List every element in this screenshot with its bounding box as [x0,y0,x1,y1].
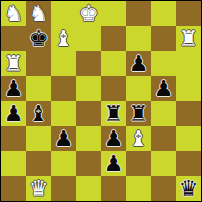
square-h2[interactable] [176,151,201,176]
square-b6[interactable] [26,51,51,76]
black-king: ♚ [29,26,49,51]
white-rook: ♜ [179,26,199,51]
black-bishop: ♝ [29,101,49,126]
square-a8[interactable]: ♞ [1,1,26,26]
square-c4[interactable] [51,101,76,126]
white-knight: ♞ [29,1,49,26]
white-rook: ♜ [4,51,24,76]
square-f1[interactable] [126,176,151,201]
board-frame: ♞♞♚♚♝♜♜♟♟♟♟♝♜♜♟♟♝♟♛♛ [0,0,202,202]
square-h3[interactable] [176,126,201,151]
square-b5[interactable] [26,76,51,101]
square-g6[interactable] [151,51,176,76]
square-h4[interactable] [176,101,201,126]
square-d8[interactable]: ♚ [76,1,101,26]
white-bishop: ♝ [54,26,74,51]
square-h7[interactable]: ♜ [176,26,201,51]
square-d4[interactable] [76,101,101,126]
square-f4[interactable]: ♜ [126,101,151,126]
black-queen: ♛ [179,176,199,201]
square-c8[interactable] [51,1,76,26]
square-a4[interactable]: ♟ [1,101,26,126]
white-king: ♚ [79,1,99,26]
square-d5[interactable] [76,76,101,101]
square-h8[interactable] [176,1,201,26]
square-c5[interactable] [51,76,76,101]
square-b1[interactable]: ♛ [26,176,51,201]
square-c7[interactable]: ♝ [51,26,76,51]
white-bishop: ♝ [129,126,149,151]
square-e1[interactable] [101,176,126,201]
square-f7[interactable] [126,26,151,51]
square-a6[interactable]: ♜ [1,51,26,76]
square-a2[interactable] [1,151,26,176]
black-pawn: ♟ [154,76,174,101]
square-g3[interactable] [151,126,176,151]
white-queen: ♛ [29,176,49,201]
square-a3[interactable] [1,126,26,151]
square-b8[interactable]: ♞ [26,1,51,26]
square-g1[interactable] [151,176,176,201]
square-a5[interactable]: ♟ [1,76,26,101]
square-c1[interactable] [51,176,76,201]
square-d3[interactable] [76,126,101,151]
square-b2[interactable] [26,151,51,176]
square-e3[interactable]: ♟ [101,126,126,151]
black-rook: ♜ [104,101,124,126]
square-h6[interactable] [176,51,201,76]
square-c6[interactable] [51,51,76,76]
square-e7[interactable] [101,26,126,51]
square-g8[interactable] [151,1,176,26]
square-f2[interactable] [126,151,151,176]
black-pawn: ♟ [104,151,124,176]
square-b7[interactable]: ♚ [26,26,51,51]
square-c2[interactable] [51,151,76,176]
square-b4[interactable]: ♝ [26,101,51,126]
square-c3[interactable]: ♟ [51,126,76,151]
black-pawn: ♟ [54,126,74,151]
square-f8[interactable] [126,1,151,26]
square-e6[interactable] [101,51,126,76]
square-e5[interactable] [101,76,126,101]
square-e8[interactable] [101,1,126,26]
square-g2[interactable] [151,151,176,176]
square-f3[interactable]: ♝ [126,126,151,151]
square-h5[interactable] [176,76,201,101]
square-g4[interactable] [151,101,176,126]
square-e4[interactable]: ♜ [101,101,126,126]
square-e2[interactable]: ♟ [101,151,126,176]
square-b3[interactable] [26,126,51,151]
square-d7[interactable] [76,26,101,51]
black-rook: ♜ [129,101,149,126]
black-pawn: ♟ [104,126,124,151]
black-pawn: ♟ [4,76,24,101]
square-d2[interactable] [76,151,101,176]
square-d1[interactable] [76,176,101,201]
square-f6[interactable]: ♟ [126,51,151,76]
black-pawn: ♟ [4,101,24,126]
black-pawn: ♟ [129,51,149,76]
square-g5[interactable]: ♟ [151,76,176,101]
square-h1[interactable]: ♛ [176,176,201,201]
square-g7[interactable] [151,26,176,51]
white-knight: ♞ [4,1,24,26]
chess-board: ♞♞♚♚♝♜♜♟♟♟♟♝♜♜♟♟♝♟♛♛ [1,1,201,201]
square-a1[interactable] [1,176,26,201]
square-f5[interactable] [126,76,151,101]
square-d6[interactable] [76,51,101,76]
square-a7[interactable] [1,26,26,51]
